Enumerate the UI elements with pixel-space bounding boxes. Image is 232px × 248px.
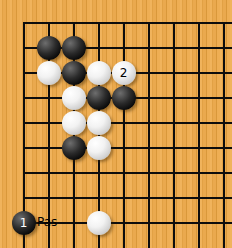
white-stone[interactable] xyxy=(86,110,111,135)
white-stone-glyph xyxy=(62,86,86,110)
pass-stone[interactable]: 1 xyxy=(11,210,36,235)
white-stone[interactable] xyxy=(61,110,86,135)
stone-move-number: 1 xyxy=(20,217,28,229)
black-stone-glyph xyxy=(37,36,61,60)
white-stone-glyph xyxy=(87,111,111,135)
black-stone[interactable] xyxy=(36,35,61,60)
white-stone-glyph xyxy=(37,61,61,85)
black-stone[interactable] xyxy=(61,35,86,60)
white-stone[interactable] xyxy=(86,135,111,160)
black-stone-glyph xyxy=(87,86,111,110)
stone-move-number: 2 xyxy=(120,67,128,79)
white-stone-glyph xyxy=(62,111,86,135)
white-stone-glyph xyxy=(87,61,111,85)
white-stone-glyph: 2 xyxy=(112,61,136,85)
go-board[interactable]: 21 Pas xyxy=(0,0,232,248)
white-stone-glyph xyxy=(87,211,111,235)
black-stone-glyph xyxy=(62,136,86,160)
black-stone[interactable] xyxy=(111,85,136,110)
black-stone-glyph: 1 xyxy=(12,211,36,235)
white-stone[interactable] xyxy=(86,210,111,235)
black-stone[interactable] xyxy=(61,60,86,85)
black-stone-glyph xyxy=(112,86,136,110)
black-stone[interactable] xyxy=(61,135,86,160)
white-stone[interactable] xyxy=(61,85,86,110)
black-stone[interactable] xyxy=(86,85,111,110)
white-stone-glyph xyxy=(87,136,111,160)
white-stone[interactable] xyxy=(86,60,111,85)
stone-grid: 21 xyxy=(11,10,232,235)
white-stone[interactable]: 2 xyxy=(111,60,136,85)
black-stone-glyph xyxy=(62,36,86,60)
black-stone-glyph xyxy=(62,61,86,85)
white-stone[interactable] xyxy=(36,60,61,85)
pass-label: Pas xyxy=(37,215,57,229)
